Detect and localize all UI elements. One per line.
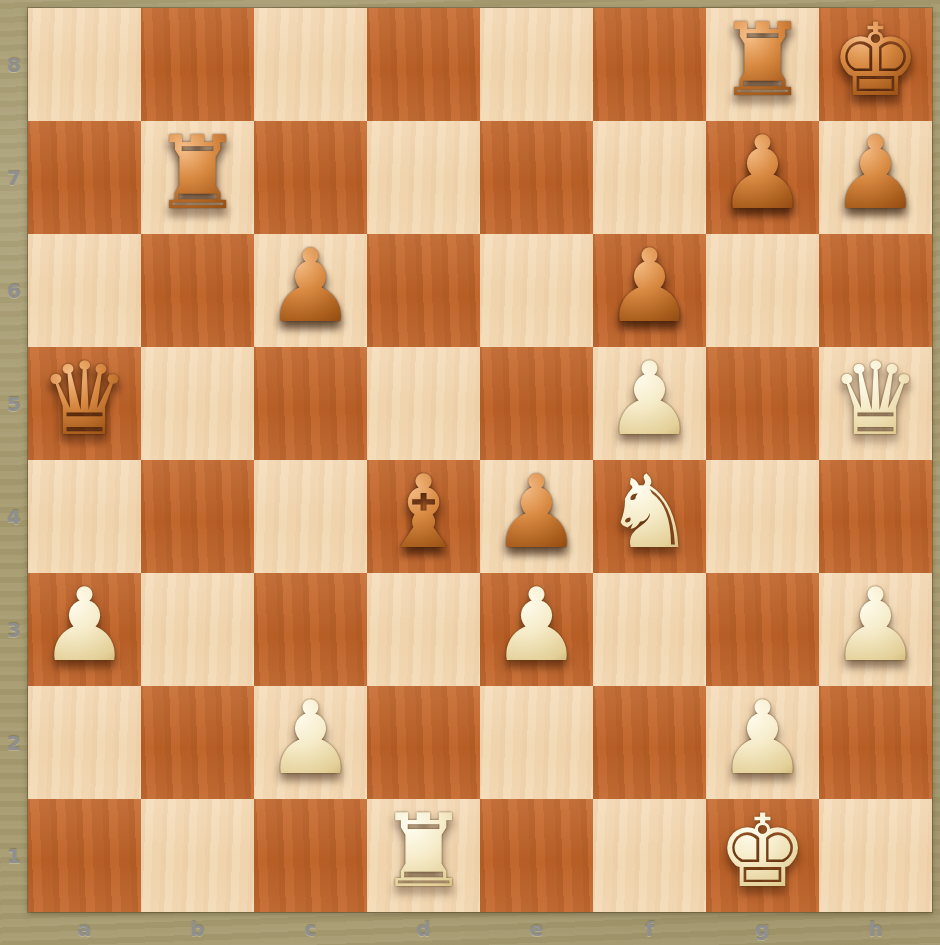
piece-black-pawn[interactable]: ♟ xyxy=(819,117,932,230)
square-f6[interactable]: ♟ xyxy=(593,234,706,347)
square-a6[interactable] xyxy=(28,234,141,347)
piece-black-rook[interactable]: ♜ xyxy=(141,117,254,230)
square-f4[interactable]: ♞ xyxy=(593,460,706,573)
chess-board[interactable]: ♜♚♜♟♟♟♟♛♟♛♝♟♞♟♟♟♟♟♜♚ xyxy=(28,8,932,912)
piece-white-rook[interactable]: ♜ xyxy=(367,795,480,908)
square-c7[interactable] xyxy=(254,121,367,234)
square-g2[interactable]: ♟ xyxy=(706,686,819,799)
square-h7[interactable]: ♟ xyxy=(819,121,932,234)
piece-white-pawn[interactable]: ♟ xyxy=(593,343,706,456)
square-e8[interactable] xyxy=(480,8,593,121)
square-g4[interactable] xyxy=(706,460,819,573)
file-labels: abcdefgh xyxy=(28,912,932,945)
file-label-a: a xyxy=(28,912,141,945)
square-b2[interactable] xyxy=(141,686,254,799)
square-f8[interactable] xyxy=(593,8,706,121)
square-f1[interactable] xyxy=(593,799,706,912)
square-b6[interactable] xyxy=(141,234,254,347)
piece-white-pawn[interactable]: ♟ xyxy=(28,569,141,682)
square-f7[interactable] xyxy=(593,121,706,234)
piece-white-pawn[interactable]: ♟ xyxy=(706,682,819,795)
piece-black-pawn[interactable]: ♟ xyxy=(706,117,819,230)
square-g6[interactable] xyxy=(706,234,819,347)
rank-label-8: 8 xyxy=(0,8,28,121)
square-g5[interactable] xyxy=(706,347,819,460)
file-label-d: d xyxy=(367,912,480,945)
square-e1[interactable] xyxy=(480,799,593,912)
square-d5[interactable] xyxy=(367,347,480,460)
square-e5[interactable] xyxy=(480,347,593,460)
square-f3[interactable] xyxy=(593,573,706,686)
square-g3[interactable] xyxy=(706,573,819,686)
square-c8[interactable] xyxy=(254,8,367,121)
square-a2[interactable] xyxy=(28,686,141,799)
square-e6[interactable] xyxy=(480,234,593,347)
square-d6[interactable] xyxy=(367,234,480,347)
square-e7[interactable] xyxy=(480,121,593,234)
square-b1[interactable] xyxy=(141,799,254,912)
piece-black-king[interactable]: ♚ xyxy=(819,4,932,117)
square-b7[interactable]: ♜ xyxy=(141,121,254,234)
piece-white-knight[interactable]: ♞ xyxy=(593,456,706,569)
square-f5[interactable]: ♟ xyxy=(593,347,706,460)
file-label-f: f xyxy=(593,912,706,945)
square-a3[interactable]: ♟ xyxy=(28,573,141,686)
rank-label-1: 1 xyxy=(0,799,28,912)
square-e4[interactable]: ♟ xyxy=(480,460,593,573)
square-d3[interactable] xyxy=(367,573,480,686)
square-h5[interactable]: ♛ xyxy=(819,347,932,460)
square-b3[interactable] xyxy=(141,573,254,686)
square-h4[interactable] xyxy=(819,460,932,573)
board-frame: 87654321 ♜♚♜♟♟♟♟♛♟♛♝♟♞♟♟♟♟♟♜♚ abcdefgh xyxy=(0,0,940,945)
square-d7[interactable] xyxy=(367,121,480,234)
square-a5[interactable]: ♛ xyxy=(28,347,141,460)
square-h6[interactable] xyxy=(819,234,932,347)
piece-white-queen[interactable]: ♛ xyxy=(819,343,932,456)
square-h1[interactable] xyxy=(819,799,932,912)
piece-black-pawn[interactable]: ♟ xyxy=(593,230,706,343)
piece-black-bishop[interactable]: ♝ xyxy=(367,456,480,569)
file-label-c: c xyxy=(254,912,367,945)
square-d4[interactable]: ♝ xyxy=(367,460,480,573)
piece-white-pawn[interactable]: ♟ xyxy=(480,569,593,682)
square-h8[interactable]: ♚ xyxy=(819,8,932,121)
square-b5[interactable] xyxy=(141,347,254,460)
square-c2[interactable]: ♟ xyxy=(254,686,367,799)
square-d8[interactable] xyxy=(367,8,480,121)
square-b4[interactable] xyxy=(141,460,254,573)
file-label-g: g xyxy=(706,912,819,945)
piece-white-king[interactable]: ♚ xyxy=(706,795,819,908)
square-c6[interactable]: ♟ xyxy=(254,234,367,347)
piece-black-rook[interactable]: ♜ xyxy=(706,4,819,117)
square-a4[interactable] xyxy=(28,460,141,573)
square-g1[interactable]: ♚ xyxy=(706,799,819,912)
square-h3[interactable]: ♟ xyxy=(819,573,932,686)
square-e3[interactable]: ♟ xyxy=(480,573,593,686)
square-e2[interactable] xyxy=(480,686,593,799)
rank-label-3: 3 xyxy=(0,573,28,686)
square-f2[interactable] xyxy=(593,686,706,799)
square-b8[interactable] xyxy=(141,8,254,121)
rank-label-4: 4 xyxy=(0,460,28,573)
file-label-b: b xyxy=(141,912,254,945)
square-a8[interactable] xyxy=(28,8,141,121)
rank-label-6: 6 xyxy=(0,234,28,347)
square-g8[interactable]: ♜ xyxy=(706,8,819,121)
file-label-e: e xyxy=(480,912,593,945)
square-g7[interactable]: ♟ xyxy=(706,121,819,234)
square-a7[interactable] xyxy=(28,121,141,234)
square-a1[interactable] xyxy=(28,799,141,912)
square-c5[interactable] xyxy=(254,347,367,460)
file-label-h: h xyxy=(819,912,932,945)
rank-label-2: 2 xyxy=(0,686,28,799)
square-h2[interactable] xyxy=(819,686,932,799)
square-d1[interactable]: ♜ xyxy=(367,799,480,912)
square-d2[interactable] xyxy=(367,686,480,799)
piece-white-pawn[interactable]: ♟ xyxy=(254,682,367,795)
rank-labels: 87654321 xyxy=(0,8,28,912)
square-c1[interactable] xyxy=(254,799,367,912)
piece-white-pawn[interactable]: ♟ xyxy=(819,569,932,682)
piece-black-queen[interactable]: ♛ xyxy=(28,343,141,456)
rank-label-7: 7 xyxy=(0,121,28,234)
piece-black-pawn[interactable]: ♟ xyxy=(254,230,367,343)
rank-label-5: 5 xyxy=(0,347,28,460)
piece-black-pawn[interactable]: ♟ xyxy=(480,456,593,569)
square-c4[interactable] xyxy=(254,460,367,573)
square-c3[interactable] xyxy=(254,573,367,686)
